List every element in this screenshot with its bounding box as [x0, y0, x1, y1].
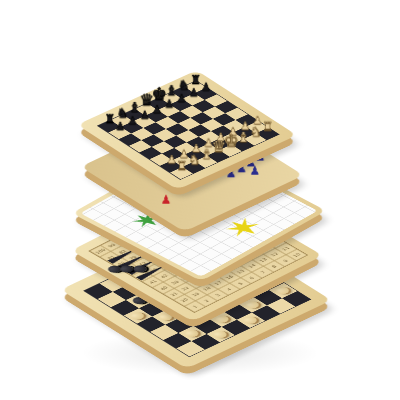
product-photo-scene: 1009998979695949392918182838485868788899…: [0, 0, 400, 400]
chess-square: [256, 128, 279, 140]
blue-peg: ♟: [248, 165, 262, 178]
red-peg: ♟: [159, 194, 173, 207]
ludo-star: [221, 215, 266, 240]
